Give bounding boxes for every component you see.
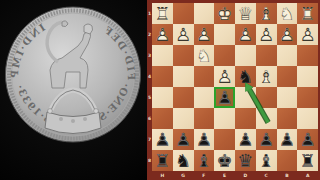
square-f6[interactable] (194, 108, 215, 129)
black-knight-g8[interactable]: ♞♘ (173, 150, 194, 171)
square-f5[interactable] (194, 87, 215, 108)
square-d7[interactable]: ♟♙ (235, 129, 256, 150)
square-a1[interactable]: ♜♖ (297, 3, 318, 24)
black-pawn-g7[interactable]: ♟♙ (173, 129, 194, 150)
file-labels: HGFEDCBA (152, 171, 318, 180)
square-h2[interactable]: ♟♙ (152, 24, 173, 45)
square-g4[interactable] (173, 66, 194, 87)
square-h8[interactable]: ♜♖ (152, 150, 173, 171)
square-e3[interactable] (214, 45, 235, 66)
square-f1[interactable] (194, 3, 215, 24)
black-king-e8[interactable]: ♚♔ (214, 150, 235, 171)
square-g2[interactable]: ♟♙ (173, 24, 194, 45)
square-b8[interactable] (277, 150, 298, 171)
square-d1[interactable]: ♛♕ (235, 3, 256, 24)
square-a8[interactable]: ♜♖ (297, 150, 318, 171)
white-pawn-c2[interactable]: ♟♙ (256, 24, 277, 45)
file-label-F: F (194, 171, 215, 180)
square-a3[interactable] (297, 45, 318, 66)
white-pawn-d2[interactable]: ♟♙ (235, 24, 256, 45)
square-d4[interactable]: ♞♘ (235, 66, 256, 87)
square-d5[interactable] (235, 87, 256, 108)
white-knight-b1[interactable]: ♞♘ (277, 3, 298, 24)
file-label-H: H (152, 171, 173, 180)
file-label-D: D (235, 171, 256, 180)
square-b7[interactable]: ♟♙ (277, 129, 298, 150)
square-d2[interactable]: ♟♙ (235, 24, 256, 45)
square-h6[interactable] (152, 108, 173, 129)
square-b5[interactable] (277, 87, 298, 108)
square-e5[interactable]: ♟♙ (214, 87, 235, 108)
square-c4[interactable]: ♝♗ (256, 66, 277, 87)
white-pawn-a2[interactable]: ♟♙ (297, 24, 318, 45)
square-e1[interactable]: ♚♔ (214, 3, 235, 24)
square-g1[interactable] (173, 3, 194, 24)
black-pawn-d7[interactable]: ♟♙ (235, 129, 256, 150)
shilling-coin: FID·DEF IND·IMP ·ONE·SHILLING·1933· (0, 0, 147, 180)
black-pawn-c7[interactable]: ♟♙ (256, 129, 277, 150)
square-c6[interactable] (256, 108, 277, 129)
square-b1[interactable]: ♞♘ (277, 3, 298, 24)
file-label-E: E (214, 171, 235, 180)
file-label-C: C (256, 171, 277, 180)
white-pawn-e4[interactable]: ♟♙ (214, 66, 235, 87)
square-c7[interactable]: ♟♙ (256, 129, 277, 150)
square-h3[interactable] (152, 45, 173, 66)
coin-panel: FID·DEF IND·IMP ·ONE·SHILLING·1933· (0, 0, 147, 180)
square-f4[interactable] (194, 66, 215, 87)
white-king-e1[interactable]: ♚♔ (214, 3, 235, 24)
square-c2[interactable]: ♟♙ (256, 24, 277, 45)
black-queen-d8[interactable]: ♛♕ (235, 150, 256, 171)
white-pawn-b2[interactable]: ♟♙ (277, 24, 298, 45)
square-g6[interactable] (173, 108, 194, 129)
square-g8[interactable]: ♞♘ (173, 150, 194, 171)
black-pawn-e5[interactable]: ♟♙ (214, 87, 235, 108)
white-pawn-h2[interactable]: ♟♙ (152, 24, 173, 45)
white-pawn-g2[interactable]: ♟♙ (173, 24, 194, 45)
black-pawn-b7[interactable]: ♟♙ (277, 129, 298, 150)
square-a5[interactable] (297, 87, 318, 108)
white-pawn-f2[interactable]: ♟♙ (194, 24, 215, 45)
square-g5[interactable] (173, 87, 194, 108)
square-c3[interactable] (256, 45, 277, 66)
black-rook-h8[interactable]: ♜♖ (152, 150, 173, 171)
square-h4[interactable] (152, 66, 173, 87)
square-c5[interactable] (256, 87, 277, 108)
square-b3[interactable] (277, 45, 298, 66)
white-queen-d1[interactable]: ♛♕ (235, 3, 256, 24)
white-bishop-c4[interactable]: ♝♗ (256, 66, 277, 87)
chess-board[interactable]: ♜♖♚♔♛♕♝♗♞♘♜♖♟♙♟♙♟♙♟♙♟♙♟♙♟♙♞♘♟♙♞♘♝♗♟♙♟♙♟♙… (152, 3, 318, 171)
black-pawn-a7[interactable]: ♟♙ (297, 129, 318, 150)
black-rook-a8[interactable]: ♜♖ (297, 150, 318, 171)
square-a4[interactable] (297, 66, 318, 87)
square-g3[interactable] (173, 45, 194, 66)
square-c8[interactable]: ♝♗ (256, 150, 277, 171)
square-d8[interactable]: ♛♕ (235, 150, 256, 171)
white-rook-h1[interactable]: ♜♖ (152, 3, 173, 24)
square-e4[interactable]: ♟♙ (214, 66, 235, 87)
square-d3[interactable] (235, 45, 256, 66)
square-b4[interactable] (277, 66, 298, 87)
screenshot-frame: FID·DEF IND·IMP ·ONE·SHILLING·1933· (0, 0, 320, 180)
white-knight-f3[interactable]: ♞♘ (194, 45, 215, 66)
black-pawn-f7[interactable]: ♟♙ (194, 129, 215, 150)
black-bishop-c8[interactable]: ♝♗ (256, 150, 277, 171)
chess-board-panel: 12345678 ♜♖♚♔♛♕♝♗♞♘♜♖♟♙♟♙♟♙♟♙♟♙♟♙♟♙♞♘♟♙♞… (147, 0, 320, 180)
file-label-A: A (297, 171, 318, 180)
black-pawn-h7[interactable]: ♟♙ (152, 129, 173, 150)
square-c1[interactable]: ♝♗ (256, 3, 277, 24)
square-f3[interactable]: ♞♘ (194, 45, 215, 66)
square-h5[interactable] (152, 87, 173, 108)
file-label-B: B (277, 171, 298, 180)
square-f8[interactable]: ♝♗ (194, 150, 215, 171)
white-bishop-c1[interactable]: ♝♗ (256, 3, 277, 24)
square-e7[interactable] (214, 129, 235, 150)
square-g7[interactable]: ♟♙ (173, 129, 194, 150)
square-d6[interactable] (235, 108, 256, 129)
square-e6[interactable] (214, 108, 235, 129)
square-a7[interactable]: ♟♙ (297, 129, 318, 150)
black-bishop-f8[interactable]: ♝♗ (194, 150, 215, 171)
square-b2[interactable]: ♟♙ (277, 24, 298, 45)
square-a2[interactable]: ♟♙ (297, 24, 318, 45)
square-f2[interactable]: ♟♙ (194, 24, 215, 45)
square-h7[interactable]: ♟♙ (152, 129, 173, 150)
square-a6[interactable] (297, 108, 318, 129)
black-knight-d4[interactable]: ♞♘ (235, 66, 256, 87)
file-label-G: G (173, 171, 194, 180)
square-b6[interactable] (277, 108, 298, 129)
square-e8[interactable]: ♚♔ (214, 150, 235, 171)
square-f7[interactable]: ♟♙ (194, 129, 215, 150)
square-h1[interactable]: ♜♖ (152, 3, 173, 24)
white-rook-a1[interactable]: ♜♖ (297, 3, 318, 24)
square-e2[interactable] (214, 24, 235, 45)
